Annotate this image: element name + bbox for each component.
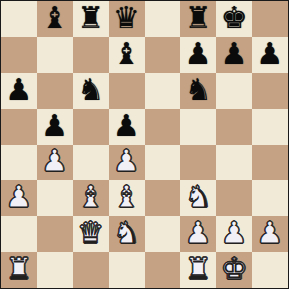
- square-a5[interactable]: [1, 109, 37, 145]
- square-a1[interactable]: ♜: [1, 252, 37, 288]
- square-c5[interactable]: [73, 109, 109, 145]
- piece-white-bishop: ♝: [113, 182, 140, 212]
- square-f8[interactable]: ♜: [180, 1, 216, 37]
- square-b2[interactable]: [37, 216, 73, 252]
- square-b4[interactable]: ♟: [37, 145, 73, 181]
- square-g2[interactable]: ♟: [216, 216, 252, 252]
- square-d1[interactable]: [109, 252, 145, 288]
- square-a8[interactable]: [1, 1, 37, 37]
- square-f6[interactable]: ♞: [180, 73, 216, 109]
- piece-white-rook: ♜: [5, 254, 32, 284]
- square-d4[interactable]: ♟: [109, 145, 145, 181]
- piece-white-pawn: ♟: [185, 218, 212, 248]
- square-d7[interactable]: ♝: [109, 37, 145, 73]
- piece-white-king: ♚: [221, 254, 248, 284]
- square-c2[interactable]: ♛: [73, 216, 109, 252]
- square-b6[interactable]: [37, 73, 73, 109]
- square-h3[interactable]: [252, 180, 288, 216]
- square-c6[interactable]: ♞: [73, 73, 109, 109]
- piece-black-rook: ♜: [77, 3, 104, 33]
- square-c7[interactable]: [73, 37, 109, 73]
- square-f5[interactable]: [180, 109, 216, 145]
- square-f2[interactable]: ♟: [180, 216, 216, 252]
- piece-white-knight: ♞: [185, 182, 212, 212]
- piece-white-pawn: ♟: [221, 218, 248, 248]
- piece-black-queen: ♛: [113, 3, 140, 33]
- square-d3[interactable]: ♝: [109, 180, 145, 216]
- piece-black-knight: ♞: [77, 75, 104, 105]
- square-e8[interactable]: [145, 1, 181, 37]
- piece-black-pawn: ♟: [41, 111, 68, 141]
- square-h7[interactable]: ♟: [252, 37, 288, 73]
- square-e5[interactable]: [145, 109, 181, 145]
- piece-white-rook: ♜: [185, 254, 212, 284]
- square-a4[interactable]: [1, 145, 37, 181]
- square-h1[interactable]: [252, 252, 288, 288]
- square-h6[interactable]: [252, 73, 288, 109]
- square-d8[interactable]: ♛: [109, 1, 145, 37]
- square-f7[interactable]: ♟: [180, 37, 216, 73]
- square-d2[interactable]: ♞: [109, 216, 145, 252]
- piece-white-pawn: ♟: [113, 146, 140, 176]
- piece-black-pawn: ♟: [185, 39, 212, 69]
- square-g5[interactable]: [216, 109, 252, 145]
- square-c1[interactable]: [73, 252, 109, 288]
- square-e6[interactable]: [145, 73, 181, 109]
- piece-black-bishop: ♝: [41, 3, 68, 33]
- square-a2[interactable]: [1, 216, 37, 252]
- square-g8[interactable]: ♚: [216, 1, 252, 37]
- square-h5[interactable]: [252, 109, 288, 145]
- square-b3[interactable]: [37, 180, 73, 216]
- square-f3[interactable]: ♞: [180, 180, 216, 216]
- square-e1[interactable]: [145, 252, 181, 288]
- piece-white-bishop: ♝: [77, 182, 104, 212]
- square-b1[interactable]: [37, 252, 73, 288]
- square-e4[interactable]: [145, 145, 181, 181]
- square-e7[interactable]: [145, 37, 181, 73]
- square-g1[interactable]: ♚: [216, 252, 252, 288]
- square-c8[interactable]: ♜: [73, 1, 109, 37]
- square-h8[interactable]: [252, 1, 288, 37]
- square-d6[interactable]: [109, 73, 145, 109]
- piece-black-bishop: ♝: [113, 39, 140, 69]
- square-e3[interactable]: [145, 180, 181, 216]
- square-b8[interactable]: ♝: [37, 1, 73, 37]
- piece-white-pawn: ♟: [257, 218, 284, 248]
- piece-black-pawn: ♟: [113, 111, 140, 141]
- square-f4[interactable]: [180, 145, 216, 181]
- square-e2[interactable]: [145, 216, 181, 252]
- piece-black-pawn: ♟: [5, 75, 32, 105]
- piece-black-rook: ♜: [185, 3, 212, 33]
- piece-white-knight: ♞: [113, 218, 140, 248]
- square-a3[interactable]: ♟: [1, 180, 37, 216]
- square-f1[interactable]: ♜: [180, 252, 216, 288]
- square-a7[interactable]: [1, 37, 37, 73]
- piece-white-pawn: ♟: [41, 146, 68, 176]
- square-c4[interactable]: [73, 145, 109, 181]
- piece-black-pawn: ♟: [257, 39, 284, 69]
- square-g3[interactable]: [216, 180, 252, 216]
- piece-black-pawn: ♟: [221, 39, 248, 69]
- piece-white-queen: ♛: [77, 218, 104, 248]
- square-g6[interactable]: [216, 73, 252, 109]
- chess-board: ♝♜♛♜♚♝♟♟♟♟♞♞♟♟♟♟♟♝♝♞♛♞♟♟♟♜♜♚: [0, 0, 289, 289]
- square-g4[interactable]: [216, 145, 252, 181]
- square-h4[interactable]: [252, 145, 288, 181]
- square-c3[interactable]: ♝: [73, 180, 109, 216]
- piece-black-knight: ♞: [185, 75, 212, 105]
- square-b5[interactable]: ♟: [37, 109, 73, 145]
- square-g7[interactable]: ♟: [216, 37, 252, 73]
- square-a6[interactable]: ♟: [1, 73, 37, 109]
- square-h2[interactable]: ♟: [252, 216, 288, 252]
- square-b7[interactable]: [37, 37, 73, 73]
- piece-black-king: ♚: [221, 3, 248, 33]
- square-d5[interactable]: ♟: [109, 109, 145, 145]
- piece-white-pawn: ♟: [5, 182, 32, 212]
